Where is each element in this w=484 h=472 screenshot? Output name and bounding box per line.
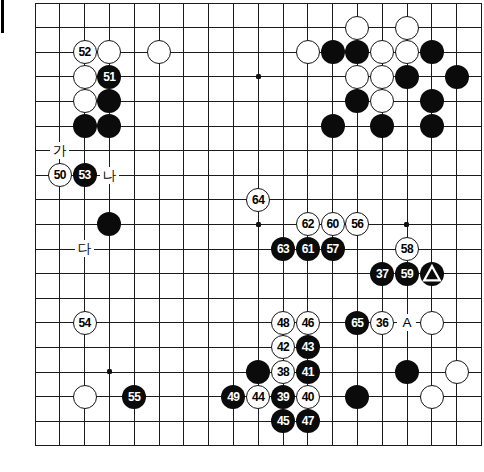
move-number: 47 <box>302 415 314 427</box>
stone-white-64: 64 <box>246 188 270 212</box>
stone-black-c16-r4-point <box>395 64 420 89</box>
stone-black-c17-r3 <box>420 40 444 64</box>
stone-black-c4-r10 <box>97 212 121 236</box>
stone-white-56: 56 <box>345 212 369 236</box>
stone-white-60-point: 60 <box>320 212 345 237</box>
move-number: 43 <box>302 341 314 353</box>
stone-white-c3-r4 <box>73 65 97 89</box>
stone-white-c12-r3-point <box>295 40 320 65</box>
star-point-dot <box>404 222 409 227</box>
move-number: 57 <box>326 243 338 255</box>
stone-black-63-point: 63 <box>271 237 296 262</box>
stone-white-c16-r2-point <box>395 15 420 40</box>
stone-white-52: 52 <box>73 40 97 64</box>
stone-black-45-point: 45 <box>271 409 296 434</box>
stone-black-c16-r4 <box>395 65 419 89</box>
stone-white-c3-r5-point <box>72 89 97 114</box>
stone-white-54-point: 54 <box>72 310 97 335</box>
move-number: 59 <box>401 268 413 280</box>
stone-white-48: 48 <box>271 311 295 335</box>
stone-black-c14-r17 <box>345 385 369 409</box>
stone-white-42: 42 <box>271 335 295 359</box>
stone-black-c4-r10-point <box>97 212 122 237</box>
point-label-text: 다 <box>75 240 94 257</box>
move-number: 65 <box>351 317 363 329</box>
stone-black-c10-r16 <box>246 360 270 384</box>
stone-white-c15-r3 <box>370 40 394 64</box>
move-number: 51 <box>103 71 115 83</box>
move-number: 36 <box>376 317 388 329</box>
point-label-text: A <box>397 314 416 331</box>
move-number: 56 <box>351 218 363 230</box>
star-point <box>246 212 271 237</box>
move-number: 60 <box>326 218 338 230</box>
move-number: 49 <box>227 391 239 403</box>
stone-white-36: 36 <box>370 311 394 335</box>
stone-black-c14-r17-point <box>345 384 370 409</box>
star-point-dot <box>256 222 261 227</box>
move-number: 62 <box>302 218 314 230</box>
point-label-text: 나 <box>100 167 119 184</box>
stone-white-c3-r5 <box>73 89 97 113</box>
stone-black-c13-r3-point <box>320 40 345 65</box>
stone-white-c14-r2-point <box>345 15 370 40</box>
triangle-mark-icon <box>420 262 444 286</box>
stone-black-c13-r3 <box>321 40 345 64</box>
stone-white-52-point: 52 <box>72 40 97 65</box>
stone-white-40-point: 40 <box>295 384 320 409</box>
stone-white-c14-r2 <box>345 16 369 40</box>
stone-black-c18-r4 <box>445 65 469 89</box>
move-number: 38 <box>277 366 289 378</box>
stone-white-c15-r4 <box>370 65 394 89</box>
stone-white-44: 44 <box>246 385 270 409</box>
star-point <box>246 64 271 89</box>
move-number: 53 <box>79 169 91 181</box>
move-number: 45 <box>277 415 289 427</box>
stone-white-42-point: 42 <box>271 335 296 360</box>
stone-black-39: 39 <box>271 385 295 409</box>
stone-white-c3-r17-point <box>72 384 97 409</box>
stone-black-c17-r5-point <box>419 89 444 114</box>
stone-white-46-point: 46 <box>295 310 320 335</box>
stone-black-57: 57 <box>321 237 345 261</box>
stone-white-c16-r3-point <box>395 40 420 65</box>
stone-black-49-point: 49 <box>221 384 246 409</box>
stone-black-c14-r5-point <box>345 89 370 114</box>
stone-black-59-point: 59 <box>395 261 420 286</box>
stone-white-c12-r3 <box>296 40 320 64</box>
stone-black-c10-r16-point <box>246 360 271 385</box>
stone-white-c4-r3-point <box>97 40 122 65</box>
stone-black-47-point: 47 <box>295 409 320 434</box>
stone-black-65: 65 <box>345 311 369 335</box>
stone-white-62-point: 62 <box>295 212 320 237</box>
stone-black-47: 47 <box>296 409 320 433</box>
stone-black-c4-r6 <box>97 114 121 138</box>
stone-white-c15-r5 <box>370 89 394 113</box>
stone-white-48-point: 48 <box>271 310 296 335</box>
stone-black-c17-r5 <box>420 89 444 113</box>
stone-black-c16-r16-point <box>395 360 420 385</box>
stone-black-41: 41 <box>296 360 320 384</box>
star-point-dot <box>256 74 261 79</box>
stone-black-c16-r16 <box>395 360 419 384</box>
stone-black-53: 53 <box>73 163 97 187</box>
star-point-dot <box>107 369 112 374</box>
stone-black-c3-r6-point <box>72 114 97 139</box>
stone-black-c15-r6 <box>370 114 394 138</box>
move-number: 54 <box>79 317 91 329</box>
stone-white-36-point: 36 <box>370 310 395 335</box>
stone-black-41-point: 41 <box>295 360 320 385</box>
move-number: 63 <box>277 243 289 255</box>
move-number: 48 <box>277 317 289 329</box>
stone-black-c13-r6 <box>321 114 345 138</box>
stone-white-c18-r16 <box>445 360 469 384</box>
stone-black-37: 37 <box>370 262 394 286</box>
stone-black-c17-r6 <box>420 114 444 138</box>
move-number: 50 <box>54 169 66 181</box>
stone-black-37-point: 37 <box>370 261 395 286</box>
stone-black-61-point: 61 <box>295 237 320 262</box>
stone-black-c14-r3-point <box>345 40 370 65</box>
move-number: 52 <box>79 46 91 58</box>
point-label-4: A <box>395 310 420 335</box>
stone-black-43-point: 43 <box>295 335 320 360</box>
stone-black-c14-r5 <box>345 89 369 113</box>
move-number: 58 <box>401 243 413 255</box>
stone-black-c4-r6-point <box>97 114 122 139</box>
stone-white-38: 38 <box>271 360 295 384</box>
stone-black-55-point: 55 <box>122 384 147 409</box>
move-number: 55 <box>128 391 140 403</box>
stone-white-c16-r3 <box>395 40 419 64</box>
stone-white-62: 62 <box>296 212 320 236</box>
stone-white-c16-r2 <box>395 16 419 40</box>
move-number: 61 <box>302 243 314 255</box>
stone-black-59: 59 <box>395 262 419 286</box>
move-number: 37 <box>376 268 388 280</box>
stone-black-c17-r3-point <box>419 40 444 65</box>
stone-white-64-point: 64 <box>246 187 271 212</box>
go-board[interactable]: 5251505364626056636157583759544846653642… <box>0 0 484 472</box>
stone-black-65-point: 65 <box>345 310 370 335</box>
stone-black-51-point: 51 <box>97 64 122 89</box>
stone-black-61: 61 <box>296 237 320 261</box>
stone-white-c15-r3-point <box>370 40 395 65</box>
stone-black-c13-r6-point <box>320 114 345 139</box>
move-number: 42 <box>277 341 289 353</box>
point-label-1: 가 <box>47 138 72 163</box>
stone-black-c17-r12 <box>420 262 444 286</box>
stone-white-c15-r5-point <box>370 89 395 114</box>
stone-white-46: 46 <box>296 311 320 335</box>
stone-black-49: 49 <box>221 385 245 409</box>
move-number: 46 <box>302 317 314 329</box>
stone-white-c14-r4 <box>345 65 369 89</box>
stone-black-45: 45 <box>271 409 295 433</box>
stone-black-55: 55 <box>122 385 146 409</box>
stone-black-c3-r6 <box>73 114 97 138</box>
stone-black-51: 51 <box>97 65 121 89</box>
stone-white-c14-r4-point <box>345 64 370 89</box>
stone-white-c18-r16-point <box>444 360 469 385</box>
stone-black-39-point: 39 <box>271 384 296 409</box>
stone-white-c17-r17 <box>420 385 444 409</box>
stone-black-c4-r5 <box>97 89 121 113</box>
stone-white-58: 58 <box>395 237 419 261</box>
stone-white-c17-r14-point <box>419 310 444 335</box>
stone-black-53-point: 53 <box>72 163 97 188</box>
stone-white-56-point: 56 <box>345 212 370 237</box>
move-number: 64 <box>252 194 264 206</box>
stone-white-50: 50 <box>48 163 72 187</box>
stone-white-60: 60 <box>321 212 345 236</box>
point-label-2: 나 <box>97 163 122 188</box>
stone-white-c17-r14 <box>420 311 444 335</box>
stone-white-44-point: 44 <box>246 384 271 409</box>
move-number: 44 <box>252 391 264 403</box>
stone-black-63: 63 <box>271 237 295 261</box>
stone-black-c14-r3 <box>345 40 369 64</box>
scan-artifact-line <box>1 0 4 33</box>
point-label-text: 가 <box>50 142 69 159</box>
stone-white-38-point: 38 <box>271 360 296 385</box>
stone-black-c18-r4-point <box>444 64 469 89</box>
stone-white-c17-r17-point <box>419 384 444 409</box>
stone-white-50-point: 50 <box>47 163 72 188</box>
star-point <box>395 212 420 237</box>
move-number: 39 <box>277 391 289 403</box>
stone-black-c17-r12-point <box>419 261 444 286</box>
stone-white-58-point: 58 <box>395 237 420 262</box>
move-number: 40 <box>302 391 314 403</box>
board-points-layer: 5251505364626056636157583759544846653642… <box>23 0 484 458</box>
stone-white-40: 40 <box>296 385 320 409</box>
point-label-3: 다 <box>72 237 97 262</box>
stone-white-c4-r3 <box>97 40 121 64</box>
stone-black-43: 43 <box>296 335 320 359</box>
stone-white-c3-r17 <box>73 385 97 409</box>
stone-black-c15-r6-point <box>370 114 395 139</box>
star-point <box>97 360 122 385</box>
stone-black-57-point: 57 <box>320 237 345 262</box>
stone-white-c3-r4-point <box>72 64 97 89</box>
stone-white-c6-r3 <box>147 40 171 64</box>
stone-white-c6-r3-point <box>147 40 172 65</box>
stone-black-c4-r5-point <box>97 89 122 114</box>
stone-white-54: 54 <box>73 311 97 335</box>
stone-white-c15-r4-point <box>370 64 395 89</box>
stone-black-c17-r6-point <box>419 114 444 139</box>
move-number: 41 <box>302 366 314 378</box>
